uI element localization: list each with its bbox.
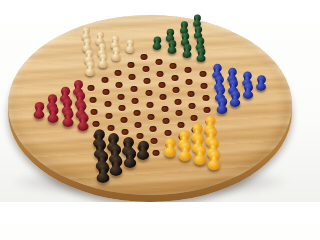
hole[interactable] bbox=[155, 59, 162, 65]
hole[interactable] bbox=[149, 126, 156, 132]
hole[interactable] bbox=[174, 99, 181, 105]
hole[interactable] bbox=[152, 150, 159, 156]
hole[interactable] bbox=[117, 94, 124, 100]
peg-red[interactable] bbox=[63, 110, 74, 128]
hole[interactable] bbox=[89, 97, 96, 103]
hole[interactable] bbox=[144, 78, 151, 84]
peg-yellow[interactable] bbox=[208, 150, 220, 170]
hole[interactable] bbox=[130, 86, 137, 92]
peg-red[interactable] bbox=[77, 114, 88, 132]
hole[interactable] bbox=[127, 62, 134, 68]
hole[interactable] bbox=[173, 87, 180, 93]
hole[interactable] bbox=[185, 67, 192, 73]
hole[interactable] bbox=[163, 118, 170, 124]
peg-red[interactable] bbox=[48, 105, 59, 122]
peg-black[interactable] bbox=[123, 148, 135, 168]
hole[interactable] bbox=[104, 101, 111, 107]
peg-blue[interactable] bbox=[216, 97, 227, 114]
hole[interactable] bbox=[136, 133, 143, 139]
peg-natural-wood[interactable] bbox=[85, 61, 94, 76]
hole[interactable] bbox=[120, 117, 127, 123]
peg-black[interactable] bbox=[110, 155, 123, 175]
peg-blue[interactable] bbox=[243, 83, 253, 99]
peg-yellow[interactable] bbox=[179, 142, 191, 161]
board-surface bbox=[8, 15, 292, 195]
hole[interactable] bbox=[176, 110, 183, 116]
hole[interactable] bbox=[145, 90, 152, 96]
hole[interactable] bbox=[148, 114, 155, 120]
hole[interactable] bbox=[170, 63, 177, 69]
peg-natural-wood[interactable] bbox=[99, 54, 108, 69]
peg-yellow[interactable] bbox=[164, 138, 176, 157]
hole[interactable] bbox=[160, 94, 167, 100]
hole[interactable] bbox=[132, 98, 139, 104]
peg-black[interactable] bbox=[137, 141, 149, 160]
hole[interactable] bbox=[142, 66, 149, 72]
chinese-checkers-board bbox=[8, 15, 292, 195]
peg-natural-wood[interactable] bbox=[125, 39, 134, 53]
hole[interactable] bbox=[177, 122, 184, 128]
hole[interactable] bbox=[158, 82, 165, 88]
peg-red[interactable] bbox=[33, 102, 44, 119]
hole[interactable] bbox=[119, 105, 126, 111]
hole[interactable] bbox=[92, 121, 99, 127]
hole[interactable] bbox=[147, 102, 154, 108]
peg-dark-green[interactable] bbox=[153, 36, 162, 50]
hole[interactable] bbox=[135, 122, 142, 128]
hole[interactable] bbox=[202, 95, 209, 101]
peg-black[interactable] bbox=[97, 163, 110, 183]
peg-dark-green[interactable] bbox=[197, 48, 206, 62]
hole[interactable] bbox=[187, 91, 194, 97]
hole[interactable] bbox=[199, 71, 206, 77]
hole[interactable] bbox=[157, 71, 164, 77]
scene bbox=[0, 0, 300, 202]
hole[interactable] bbox=[114, 70, 121, 76]
hole[interactable] bbox=[106, 113, 113, 119]
hole[interactable] bbox=[103, 89, 110, 95]
peg-dark-green[interactable] bbox=[182, 44, 191, 58]
hole[interactable] bbox=[204, 107, 211, 113]
hole[interactable] bbox=[107, 125, 114, 131]
hole[interactable] bbox=[141, 54, 148, 60]
hole[interactable] bbox=[122, 129, 129, 135]
peg-yellow[interactable] bbox=[194, 146, 206, 166]
hole[interactable] bbox=[129, 74, 136, 80]
peg-dark-green[interactable] bbox=[168, 40, 177, 54]
peg-natural-wood[interactable] bbox=[112, 47, 121, 61]
hole[interactable] bbox=[91, 109, 98, 115]
hole[interactable] bbox=[186, 79, 193, 85]
hole[interactable] bbox=[161, 106, 168, 112]
peg-blue[interactable] bbox=[256, 76, 266, 92]
hole[interactable] bbox=[189, 103, 196, 109]
hole[interactable] bbox=[190, 115, 197, 121]
hole[interactable] bbox=[101, 77, 108, 83]
hole[interactable] bbox=[164, 130, 171, 136]
hole[interactable] bbox=[201, 83, 208, 89]
hole[interactable] bbox=[151, 138, 158, 144]
hole[interactable] bbox=[171, 75, 178, 81]
hole[interactable] bbox=[133, 110, 140, 116]
peg-dark-green[interactable] bbox=[193, 14, 201, 26]
peg-blue[interactable] bbox=[230, 90, 240, 107]
hole[interactable] bbox=[116, 82, 123, 88]
hole[interactable] bbox=[88, 85, 95, 91]
